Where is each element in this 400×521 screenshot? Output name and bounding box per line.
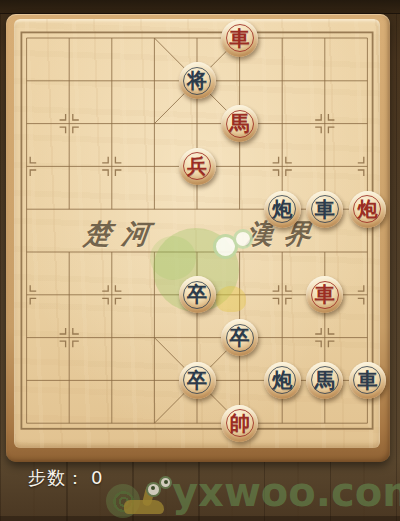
piece-red-horse[interactable]: 馬 (221, 105, 258, 142)
piece-glyph: 馬 (306, 362, 343, 399)
background-bottom-edge (0, 516, 400, 521)
watermark-text: yxwoo.com (172, 469, 400, 515)
piece-black-chariot[interactable]: 車 (349, 362, 386, 399)
piece-glyph: 馬 (221, 105, 258, 142)
piece-black-general[interactable]: 将 (179, 62, 216, 99)
piece-black-soldier[interactable]: 卒 (221, 319, 258, 356)
piece-red-general[interactable]: 帥 (221, 405, 258, 442)
piece-red-soldier[interactable]: 兵 (179, 148, 216, 185)
piece-glyph: 将 (179, 62, 216, 99)
move-counter-value: 0 (91, 467, 103, 488)
move-counter: 步数：0 (28, 466, 103, 490)
piece-glyph: 卒 (179, 276, 216, 313)
piece-glyph: 車 (306, 191, 343, 228)
piece-black-cannon[interactable]: 炮 (264, 362, 301, 399)
piece-black-horse[interactable]: 馬 (306, 362, 343, 399)
piece-glyph: 車 (306, 276, 343, 313)
piece-black-cannon[interactable]: 炮 (264, 191, 301, 228)
piece-glyph: 車 (221, 20, 258, 57)
piece-glyph: 卒 (179, 362, 216, 399)
river-label-left: 楚河 (82, 216, 162, 252)
piece-glyph: 炮 (264, 362, 301, 399)
piece-glyph: 車 (349, 362, 386, 399)
piece-red-chariot[interactable]: 車 (306, 276, 343, 313)
snail-icon (104, 478, 170, 520)
piece-glyph: 兵 (179, 148, 216, 185)
piece-red-cannon[interactable]: 炮 (349, 191, 386, 228)
game-screen: 楚河 漢界 車将馬兵炮車炮卒車卒卒炮馬車帥 步数：0 yxwoo.com (0, 0, 400, 521)
piece-black-soldier[interactable]: 卒 (179, 276, 216, 313)
piece-glyph: 帥 (221, 405, 258, 442)
piece-black-soldier[interactable]: 卒 (179, 362, 216, 399)
piece-black-chariot[interactable]: 車 (306, 191, 343, 228)
move-counter-label: 步数： (28, 467, 85, 488)
background-top-strip (0, 0, 400, 14)
piece-red-chariot[interactable]: 車 (221, 20, 258, 57)
piece-glyph: 炮 (264, 191, 301, 228)
piece-glyph: 卒 (221, 319, 258, 356)
piece-glyph: 炮 (349, 191, 386, 228)
